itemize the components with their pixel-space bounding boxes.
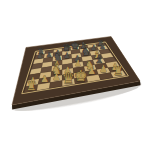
piece-white-pawn-g2: ♟ <box>99 63 107 74</box>
chess-board-photo: ♜♛♚♝♜♟♟♟♟♟♟♞♟♞♟♝♝♟♝♞♟♞♟♟♟♟♟♟♜♛♚♜ <box>0 0 150 150</box>
piece-white-rook-h1: ♜ <box>113 64 123 78</box>
piece-black-king-e8: ♚ <box>71 40 80 51</box>
piece-black-pawn-a7: ♟ <box>37 52 43 60</box>
piece-black-pawn-d6: ♟ <box>64 51 71 60</box>
piece-white-pawn-b2: ♟ <box>40 73 48 84</box>
piece-white-king-e1: ♚ <box>74 67 87 84</box>
piece-black-pawn-b7: ♟ <box>46 51 52 59</box>
piece-white-queen-d1: ♛ <box>62 70 75 86</box>
piece-white-rook-a1: ♜ <box>26 79 36 93</box>
chess-set-product-photo: ♜♛♚♝♜♟♟♟♟♟♟♞♟♞♟♝♝♟♝♞♟♞♟♟♟♟♟♟♜♛♚♜ <box>0 0 150 150</box>
piece-white-pawn-c2: ♟ <box>52 71 60 82</box>
piece-black-knight-f6: ♞ <box>82 46 90 57</box>
piece-white-pawn-f2: ♟ <box>88 65 96 76</box>
